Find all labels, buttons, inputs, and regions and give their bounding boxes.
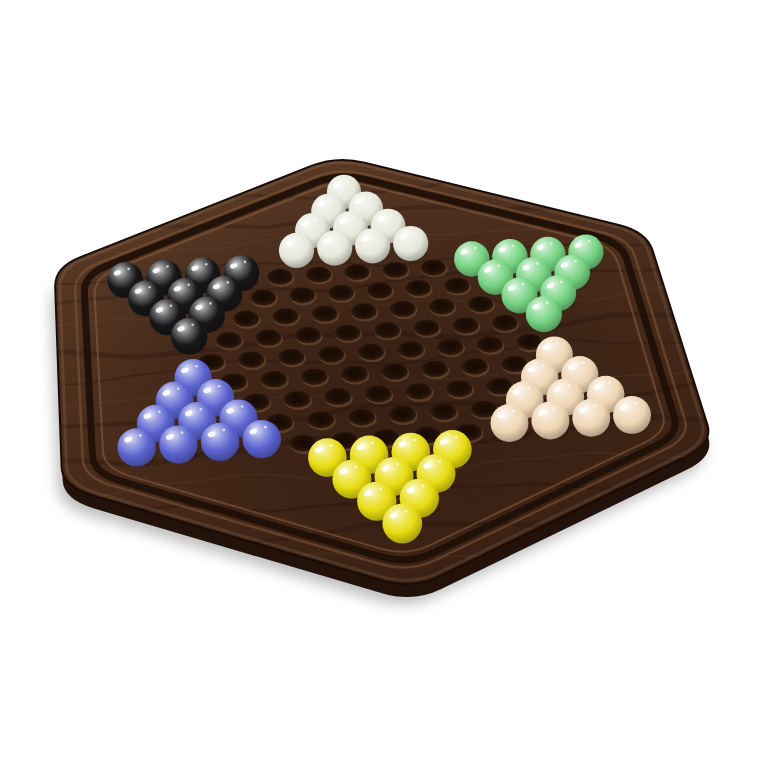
marble-specular-dot <box>396 463 399 466</box>
marble-white-r4-c3[interactable] <box>355 228 390 263</box>
marble-specular-dot <box>568 384 571 387</box>
marble-specular-dot <box>536 262 539 265</box>
marble-sphere <box>159 425 197 463</box>
marble-white-r4-c1[interactable] <box>279 233 314 268</box>
marble-sphere <box>171 318 208 355</box>
marble-specular-dot <box>574 260 577 263</box>
marble-specular-dot <box>139 434 142 437</box>
marble-specular-dot <box>195 365 198 368</box>
hole-r9-c5[interactable] <box>358 344 384 360</box>
hole-r8-c5[interactable] <box>335 325 361 341</box>
marble-specular-dot <box>438 460 441 463</box>
hole-r8-c9[interactable] <box>492 315 518 331</box>
hole-r12-c6[interactable] <box>348 409 375 426</box>
marble-specular-dot <box>191 323 194 326</box>
marble-sphere <box>243 420 281 458</box>
marble-specular-dot <box>330 444 333 447</box>
hole-r8-c7[interactable] <box>414 320 440 336</box>
marble-white-r4-c2[interactable] <box>317 231 352 266</box>
marble-specular-dot <box>205 263 208 266</box>
marble-specular-dot <box>588 240 590 242</box>
hole-r8-c4[interactable] <box>295 327 321 343</box>
marble-specular-dot <box>379 487 382 490</box>
marble-specular-dot <box>474 247 476 249</box>
marble-yellow-r17-c1[interactable] <box>382 504 422 544</box>
marble-sphere <box>572 399 610 437</box>
marble-specular-dot <box>299 238 301 240</box>
hole-r7-c3[interactable] <box>234 311 260 327</box>
hole-r6-c5[interactable] <box>290 287 315 303</box>
marble-specular-dot <box>166 265 169 268</box>
marble-blue-r13-c3[interactable] <box>201 423 239 461</box>
marble-black-r8-c1[interactable] <box>171 318 208 355</box>
marble-sphere <box>201 423 239 461</box>
marble-specular-dot <box>413 231 415 233</box>
marble-specular-dot <box>354 466 357 469</box>
marble-specular-dot <box>368 197 370 199</box>
marble-specular-dot <box>522 283 525 286</box>
marble-specular-dot <box>170 305 173 308</box>
marble-specular-dot <box>346 180 348 182</box>
hole-r7-c4[interactable] <box>273 308 299 324</box>
hole-r7-c7[interactable] <box>390 301 416 317</box>
hole-r5-c7[interactable] <box>345 264 370 280</box>
marble-specular-dot <box>315 218 317 220</box>
hole-r11-c5[interactable] <box>325 388 352 405</box>
hole-r9-c2[interactable] <box>238 351 264 367</box>
marble-specular-dot <box>498 265 501 268</box>
marble-specular-dot <box>244 261 247 264</box>
marble-specular-dot <box>222 429 225 432</box>
marble-specular-dot <box>227 281 230 284</box>
marble-specular-dot <box>375 234 377 236</box>
hole-r11-c7[interactable] <box>406 383 432 400</box>
marble-sphere <box>531 401 569 439</box>
marble-specular-dot <box>371 441 374 444</box>
marble-specular-dot <box>542 364 545 367</box>
marble-blue-r13-c4[interactable] <box>243 420 281 458</box>
marble-specular-dot <box>582 362 585 365</box>
hole-r5-c5[interactable] <box>268 269 293 285</box>
marble-specular-dot <box>353 216 355 218</box>
hole-r10-c3[interactable] <box>261 371 287 388</box>
hole-r11-c4[interactable] <box>284 391 311 408</box>
marble-white-r4-c4[interactable] <box>393 226 428 261</box>
chinese-checkers-board <box>0 0 767 767</box>
hole-r9-c3[interactable] <box>278 349 304 365</box>
hole-r7-c5[interactable] <box>312 306 338 322</box>
hole-r7-c9[interactable] <box>468 296 493 312</box>
marble-specular-dot <box>127 268 130 271</box>
marble-specular-dot <box>512 245 514 247</box>
marble-blue-r13-c2[interactable] <box>159 425 197 463</box>
marble-specular-dot <box>560 281 563 284</box>
marble-sphere <box>279 233 314 268</box>
marble-peach-r13-c11[interactable] <box>531 401 569 439</box>
marble-specular-dot <box>331 199 333 201</box>
hole-r10-c6[interactable] <box>382 363 408 380</box>
marble-sphere <box>491 404 529 442</box>
hole-r10-c4[interactable] <box>301 368 327 385</box>
marble-sphere <box>117 428 155 466</box>
hole-r7-c8[interactable] <box>429 299 454 315</box>
marble-specular-dot <box>413 439 416 442</box>
marble-specular-dot <box>608 382 611 385</box>
marble-specular-dot <box>148 286 151 289</box>
marble-peach-r13-c13[interactable] <box>613 396 651 434</box>
hole-r12-c7[interactable] <box>389 406 416 423</box>
marble-specular-dot <box>455 436 458 439</box>
marble-peach-r13-c12[interactable] <box>572 399 610 437</box>
marble-specular-dot <box>264 426 267 429</box>
marble-specular-dot <box>241 405 244 408</box>
marble-specular-dot <box>405 510 408 513</box>
hole-r5-c8[interactable] <box>383 262 408 278</box>
marble-specular-dot <box>390 214 392 216</box>
marble-sphere <box>393 226 428 261</box>
hole-r12-c8[interactable] <box>430 403 457 420</box>
marble-specular-dot <box>512 410 515 413</box>
hole-r5-c6[interactable] <box>306 267 331 283</box>
marble-green-r8-c10[interactable] <box>526 296 562 332</box>
hole-r10-c8[interactable] <box>462 358 488 375</box>
marble-specular-dot <box>550 242 552 244</box>
marble-specular-dot <box>337 236 339 238</box>
hole-r9-c8[interactable] <box>477 336 503 352</box>
hole-r8-c2[interactable] <box>216 332 242 348</box>
marble-sphere <box>317 231 352 266</box>
marble-specular-dot <box>177 388 180 391</box>
marble-specular-dot <box>422 485 425 488</box>
marble-specular-dot <box>187 284 190 287</box>
hole-r6-c7[interactable] <box>367 283 392 299</box>
hole-r6-c4[interactable] <box>251 290 276 306</box>
hole-r6-c8[interactable] <box>406 280 431 296</box>
hole-r8-c3[interactable] <box>256 330 282 346</box>
product-photo <box>0 0 767 767</box>
hole-r10-c5[interactable] <box>342 366 368 383</box>
marble-specular-dot <box>553 407 556 410</box>
hole-r9-c6[interactable] <box>398 341 424 357</box>
marble-specular-dot <box>546 301 549 304</box>
marble-specular-dot <box>634 402 637 405</box>
hole-r5-c9[interactable] <box>421 260 446 276</box>
marble-specular-dot <box>557 342 560 345</box>
marble-specular-dot <box>200 408 203 411</box>
hole-r10-c7[interactable] <box>422 361 448 378</box>
marble-specular-dot <box>158 411 161 414</box>
hole-r6-c9[interactable] <box>444 278 469 294</box>
marble-sphere <box>355 228 390 263</box>
marble-sphere <box>526 296 562 332</box>
marble-blue-r13-c1[interactable] <box>117 428 155 466</box>
hole-r9-c7[interactable] <box>437 339 463 355</box>
marble-specular-dot <box>527 387 530 390</box>
hole-r6-c6[interactable] <box>328 285 353 301</box>
marble-peach-r13-c10[interactable] <box>491 404 529 442</box>
marble-specular-dot <box>181 431 184 434</box>
marble-specular-dot <box>209 302 212 305</box>
marble-sphere <box>382 504 422 544</box>
marble-specular-dot <box>218 385 221 388</box>
marble-specular-dot <box>594 405 597 408</box>
hole-r8-c8[interactable] <box>453 317 479 333</box>
hole-r7-c6[interactable] <box>351 303 377 319</box>
hole-r12-c5[interactable] <box>307 411 334 428</box>
hole-r9-c4[interactable] <box>318 346 344 362</box>
hole-r8-c6[interactable] <box>374 322 400 338</box>
hole-r11-c8[interactable] <box>446 381 472 398</box>
marble-sphere <box>613 396 651 434</box>
hole-r11-c6[interactable] <box>365 386 391 403</box>
